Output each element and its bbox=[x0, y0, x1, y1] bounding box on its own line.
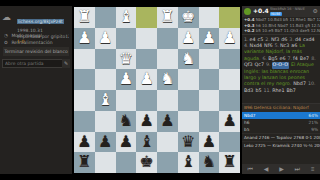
square-f8[interactable] bbox=[116, 152, 137, 173]
square-e8[interactable]: ♚ bbox=[136, 152, 157, 173]
move-number: 9. bbox=[266, 62, 271, 67]
piece-white-knight[interactable]: ♞ bbox=[157, 69, 178, 90]
square-h8[interactable]: ♜ bbox=[74, 152, 95, 173]
square-e3[interactable] bbox=[136, 49, 157, 70]
move[interactable]: b5 bbox=[255, 88, 261, 94]
piece-black-knight[interactable]: ♞ bbox=[116, 111, 137, 132]
square-d1[interactable]: ♜ bbox=[157, 7, 178, 28]
engine-name-text: Stockfish 16 · NNUE bbox=[270, 7, 305, 11]
gear-icon[interactable]: ⚙ bbox=[313, 8, 318, 15]
square-a4[interactable] bbox=[219, 69, 240, 90]
piece-black-pawn[interactable]: ♟ bbox=[157, 111, 178, 132]
piece-black-bishop[interactable]: ♝ bbox=[178, 152, 199, 173]
chess-board: ♜♝♜♚♟♟♟♟♟♛♞♟♟♞♝♞♟♟♟♟♟♟♝♛♟♜♚♝♞♜ bbox=[74, 7, 240, 173]
piece-black-queen[interactable]: ♛ bbox=[178, 132, 199, 153]
top-game-row[interactable]: Anand 2746 — Topalov 2768 0-1 2005 bbox=[242, 133, 320, 141]
move-number: 11. bbox=[264, 88, 272, 93]
toggle-manual[interactable]: ◔ Modo manual bbox=[4, 32, 68, 39]
square-b1[interactable] bbox=[199, 7, 220, 28]
top-game-row[interactable]: Leko 2725 — Kramnik 2740 ½-½ 2004 bbox=[242, 141, 320, 149]
square-d5[interactable] bbox=[157, 90, 178, 111]
square-h7[interactable]: ♟ bbox=[74, 132, 95, 153]
square-d7[interactable] bbox=[157, 132, 178, 153]
square-h6[interactable] bbox=[74, 111, 95, 132]
move-number: 8. bbox=[311, 56, 316, 61]
explorer-percent: 21% bbox=[308, 119, 318, 126]
square-c6[interactable] bbox=[178, 111, 199, 132]
piece-white-bishop[interactable]: ♝ bbox=[116, 7, 137, 28]
move-number: 1. bbox=[244, 37, 249, 42]
square-b7[interactable]: ♟ bbox=[199, 132, 220, 153]
square-d4[interactable]: ♞ bbox=[157, 69, 178, 90]
move-number: 2. bbox=[265, 37, 270, 42]
piece-black-bishop[interactable]: ♝ bbox=[136, 132, 157, 153]
jump-next-button[interactable]: ▶ bbox=[279, 164, 284, 174]
piece-black-pawn[interactable]: ♟ bbox=[74, 132, 95, 153]
move-number: 7. bbox=[288, 56, 293, 61]
move[interactable]: Qf3 bbox=[244, 62, 253, 68]
explorer-move-b5[interactable]: b59% bbox=[242, 126, 320, 133]
game-link[interactable]: lichess.org/8kJxPz4t bbox=[17, 19, 64, 25]
square-h2[interactable]: ♟ bbox=[74, 28, 95, 49]
piece-white-king[interactable]: ♚ bbox=[178, 7, 199, 28]
square-f1[interactable]: ♝ bbox=[116, 7, 137, 28]
piece-white-bishop[interactable]: ♝ bbox=[95, 90, 116, 111]
square-f5[interactable] bbox=[116, 90, 137, 111]
piece-white-pawn[interactable]: ♟ bbox=[199, 28, 220, 49]
move[interactable]: cxd4 bbox=[303, 37, 315, 43]
square-g7[interactable]: ♟ bbox=[95, 132, 116, 153]
move[interactable]: Qc7 bbox=[255, 62, 264, 68]
square-b6[interactable] bbox=[199, 111, 220, 132]
top-games: Anand 2746 — Topalov 2768 0-1 2005Leko 2… bbox=[242, 133, 320, 149]
move[interactable]: Rhe1 bbox=[272, 88, 284, 94]
square-g3[interactable] bbox=[95, 49, 116, 70]
move-number: 3. bbox=[289, 37, 294, 42]
explorer-percent: 9% bbox=[311, 126, 318, 133]
cloud-icon: ☁ bbox=[2, 12, 11, 22]
game-info-panel: ☁ lichess.org/8kJxPz4t 1998.10.31 Import… bbox=[0, 6, 72, 174]
piece-white-pawn[interactable]: ♟ bbox=[136, 69, 157, 90]
piece-white-pawn[interactable]: ♟ bbox=[116, 69, 137, 90]
square-b4[interactable] bbox=[199, 69, 220, 90]
piece-white-queen[interactable]: ♛ bbox=[116, 49, 137, 70]
explorer-move-Nbd7[interactable]: Nbd764% bbox=[242, 112, 320, 119]
square-h5[interactable] bbox=[74, 90, 95, 111]
piece-black-rook[interactable]: ♜ bbox=[219, 152, 240, 173]
move[interactable]: Bd3 bbox=[244, 88, 253, 94]
square-g4[interactable] bbox=[95, 69, 116, 90]
piece-white-pawn[interactable]: ♟ bbox=[74, 28, 95, 49]
engine-lines: +0.4 Nbd7 10.Bd3 b5 11.Rhe1 Bb7 12.Qg3 b… bbox=[242, 17, 320, 35]
square-f3[interactable]: ♛ bbox=[116, 49, 137, 70]
piece-white-pawn[interactable]: ♟ bbox=[219, 28, 240, 49]
jump-first-button[interactable]: ⏮ bbox=[247, 164, 252, 174]
square-b5[interactable] bbox=[199, 90, 220, 111]
menu-icon[interactable]: ≡ bbox=[311, 164, 315, 174]
end-review-button[interactable]: Terminar revisión del blanco bbox=[3, 47, 69, 56]
move[interactable]: Bb7 bbox=[287, 88, 296, 94]
cloud-chip: NUBE bbox=[270, 12, 282, 17]
square-d2[interactable] bbox=[157, 28, 178, 49]
piece-black-pawn[interactable]: ♟ bbox=[116, 132, 137, 153]
piece-black-pawn[interactable]: ♟ bbox=[95, 132, 116, 153]
square-c8[interactable]: ♝ bbox=[178, 152, 199, 173]
square-c1[interactable]: ♚ bbox=[178, 7, 199, 28]
square-h1[interactable]: ♜ bbox=[74, 7, 95, 28]
explorer-percent: 64% bbox=[308, 112, 318, 119]
square-f7[interactable]: ♟ bbox=[116, 132, 137, 153]
square-f4[interactable]: ♟ bbox=[116, 69, 137, 90]
engine-eval: +0.4 bbox=[253, 7, 269, 14]
square-g8[interactable] bbox=[95, 152, 116, 173]
square-c7[interactable]: ♛ bbox=[178, 132, 199, 153]
square-e7[interactable]: ♝ bbox=[136, 132, 157, 153]
jump-last-button[interactable]: ⏭ bbox=[295, 164, 300, 174]
square-g2[interactable]: ♟ bbox=[95, 28, 116, 49]
lichess-analysis-window: ☁ lichess.org/8kJxPz4t 1998.10.31 Import… bbox=[0, 0, 320, 180]
move-list: 1.e4c52.Nf3d63.d4cxd44.Nxd4Nf65.Nc3a6La … bbox=[242, 35, 320, 103]
square-h4[interactable] bbox=[74, 69, 95, 90]
square-d6[interactable]: ♟ bbox=[157, 111, 178, 132]
square-g6[interactable] bbox=[95, 111, 116, 132]
piece-black-pawn[interactable]: ♟ bbox=[136, 111, 157, 132]
move-number: 10. bbox=[308, 81, 316, 86]
engine-toggle[interactable] bbox=[244, 8, 251, 15]
piece-black-pawn[interactable]: ♟ bbox=[219, 111, 240, 132]
square-f2[interactable] bbox=[116, 28, 137, 49]
square-b8[interactable]: ♞ bbox=[199, 152, 220, 173]
square-c4[interactable] bbox=[178, 69, 199, 90]
piece-black-rook[interactable]: ♜ bbox=[74, 152, 95, 173]
piece-white-pawn[interactable]: ♟ bbox=[178, 28, 199, 49]
square-a2[interactable]: ♟ bbox=[219, 28, 240, 49]
open-game-input[interactable] bbox=[2, 59, 64, 68]
square-e6[interactable]: ♟ bbox=[136, 111, 157, 132]
square-f6[interactable]: ♞ bbox=[116, 111, 137, 132]
move-number: 6. bbox=[263, 56, 268, 61]
piece-white-rook[interactable]: ♜ bbox=[74, 7, 95, 28]
opening-name: B96 Defensa siciliana: Najdorf bbox=[242, 103, 320, 112]
square-e2[interactable] bbox=[136, 28, 157, 49]
square-d8[interactable] bbox=[157, 152, 178, 173]
piece-white-knight[interactable]: ♞ bbox=[178, 49, 199, 70]
piece-black-knight[interactable]: ♞ bbox=[199, 152, 220, 173]
toggle-feedback-label: Retroalimentación bbox=[11, 40, 52, 45]
piece-white-pawn[interactable]: ♟ bbox=[95, 28, 116, 49]
square-a6[interactable]: ♟ bbox=[219, 111, 240, 132]
square-h3[interactable] bbox=[74, 49, 95, 70]
move-jump-toolbar: ⏮◀▶⏭≡ bbox=[242, 164, 320, 174]
jump-prev-button[interactable]: ◀ bbox=[264, 164, 269, 174]
square-c5[interactable] bbox=[178, 90, 199, 111]
square-e5[interactable] bbox=[136, 90, 157, 111]
explorer-move-h6[interactable]: h621% bbox=[242, 119, 320, 126]
feedback-icon: ✿ bbox=[4, 39, 10, 46]
square-b2[interactable]: ♟ bbox=[199, 28, 220, 49]
move-number: 4. bbox=[244, 43, 249, 48]
engine-header: +0.4 Stockfish 16 · NNUE NUBE ⚙ bbox=[242, 6, 320, 17]
square-b3[interactable] bbox=[199, 49, 220, 70]
square-g5[interactable]: ♝ bbox=[95, 90, 116, 111]
square-c3[interactable]: ♞ bbox=[178, 49, 199, 70]
analysis-panel: +0.4 Stockfish 16 · NNUE NUBE ⚙ +0.4 Nbd… bbox=[242, 6, 320, 174]
square-a5[interactable] bbox=[219, 90, 240, 111]
square-a1[interactable] bbox=[219, 7, 240, 28]
move-number: 5. bbox=[274, 43, 279, 48]
piece-black-king[interactable]: ♚ bbox=[136, 152, 157, 173]
square-a8[interactable]: ♜ bbox=[219, 152, 240, 173]
square-a7[interactable] bbox=[219, 132, 240, 153]
square-e4[interactable]: ♟ bbox=[136, 69, 157, 90]
square-d3[interactable] bbox=[157, 49, 178, 70]
square-e1[interactable] bbox=[136, 7, 157, 28]
square-g1[interactable] bbox=[95, 7, 116, 28]
toggle-feedback[interactable]: ✿ Retroalimentación bbox=[4, 39, 68, 46]
manual-mode-icon: ◔ bbox=[4, 32, 10, 39]
piece-white-rook[interactable]: ♜ bbox=[157, 7, 178, 28]
piece-black-pawn[interactable]: ♟ bbox=[199, 132, 220, 153]
toggle-manual-label: Modo manual bbox=[11, 33, 42, 38]
edit-board-button[interactable]: ✎ bbox=[62, 59, 70, 68]
opening-explorer: Nbd764%h621%b59% bbox=[242, 112, 320, 133]
engine-name: Stockfish 16 · NNUE NUBE bbox=[270, 7, 308, 16]
current-move[interactable]: O-O-O bbox=[272, 62, 289, 68]
square-a3[interactable] bbox=[219, 49, 240, 70]
engine-line-3[interactable]: +0.2 b5 10.e5 Bb7 11.Qh3 dxe5 12.Nxe6 fx… bbox=[242, 28, 320, 34]
square-c2[interactable]: ♟ bbox=[178, 28, 199, 49]
